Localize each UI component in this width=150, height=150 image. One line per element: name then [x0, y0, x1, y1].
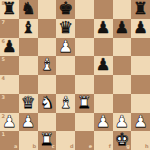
square-h1[interactable]: h [131, 131, 150, 150]
square-e3[interactable]: ♜ [75, 94, 94, 113]
black-queen-d7[interactable]: ♛ [56, 19, 75, 38]
square-b8[interactable]: ♞ [19, 0, 38, 19]
square-f6[interactable] [94, 38, 113, 57]
white-pawn-h2[interactable]: ♟ [131, 113, 150, 132]
square-g7[interactable]: ♟ [113, 19, 132, 38]
black-pawn-g7[interactable]: ♟ [113, 19, 132, 38]
black-rook-h8[interactable]: ♜ [131, 0, 150, 19]
square-c8[interactable] [38, 0, 57, 19]
square-a3[interactable]: 3 [0, 94, 19, 113]
square-d5[interactable] [56, 56, 75, 75]
square-e5[interactable] [75, 56, 94, 75]
file-label-d: d [70, 144, 74, 149]
square-h3[interactable] [131, 94, 150, 113]
black-pawn-f5[interactable]: ♟ [94, 56, 113, 75]
square-g6[interactable] [113, 38, 132, 57]
square-e1[interactable]: e [75, 131, 94, 150]
square-e2[interactable] [75, 113, 94, 132]
file-label-b: b [32, 144, 36, 149]
square-d3[interactable]: ♝ [56, 94, 75, 113]
white-pawn-a2[interactable]: ♟ [0, 113, 19, 132]
square-b7[interactable]: ♝ [19, 19, 38, 38]
square-h8[interactable]: ♜ [131, 0, 150, 19]
square-b1[interactable]: b [19, 131, 38, 150]
square-g3[interactable] [113, 94, 132, 113]
chess-board: 8♜♞♚♜7♝♛♟♟♟6♟♟5♝♟43♛♞♝♜2♟♟♟♟♟1abc♜defg♚h [0, 0, 150, 150]
square-a1[interactable]: 1a [0, 131, 19, 150]
rank-label-5: 5 [2, 57, 5, 62]
square-c2[interactable] [38, 113, 57, 132]
square-a7[interactable]: 7 [0, 19, 19, 38]
black-pawn-h7[interactable]: ♟ [131, 19, 150, 38]
rank-label-1: 1 [2, 132, 5, 137]
white-king-g1[interactable]: ♚ [113, 131, 132, 150]
square-a5[interactable]: 5 [0, 56, 19, 75]
square-d6[interactable]: ♟ [56, 38, 75, 57]
square-d7[interactable]: ♛ [56, 19, 75, 38]
square-g8[interactable] [113, 0, 132, 19]
white-rook-e3[interactable]: ♜ [75, 94, 94, 113]
square-e6[interactable] [75, 38, 94, 57]
black-pawn-f7[interactable]: ♟ [94, 19, 113, 38]
white-pawn-g2[interactable]: ♟ [113, 113, 132, 132]
square-b3[interactable]: ♛ [19, 94, 38, 113]
square-a8[interactable]: 8♜ [0, 0, 19, 19]
rank-label-3: 3 [2, 95, 5, 100]
square-f1[interactable]: f [94, 131, 113, 150]
white-pawn-d6[interactable]: ♟ [56, 38, 75, 57]
square-g5[interactable] [113, 56, 132, 75]
square-d1[interactable]: d [56, 131, 75, 150]
black-rook-a8[interactable]: ♜ [0, 0, 19, 19]
square-d4[interactable] [56, 75, 75, 94]
square-b6[interactable] [19, 38, 38, 57]
file-label-e: e [89, 144, 92, 149]
square-d8[interactable]: ♚ [56, 0, 75, 19]
square-h5[interactable] [131, 56, 150, 75]
square-c4[interactable] [38, 75, 57, 94]
file-label-f: f [109, 144, 111, 149]
square-h6[interactable] [131, 38, 150, 57]
square-a6[interactable]: 6♟ [0, 38, 19, 57]
square-c5[interactable]: ♝ [38, 56, 57, 75]
white-bishop-c5[interactable]: ♝ [38, 56, 57, 75]
square-h7[interactable]: ♟ [131, 19, 150, 38]
white-knight-c3[interactable]: ♞ [38, 94, 57, 113]
square-b5[interactable] [19, 56, 38, 75]
square-a2[interactable]: 2♟ [0, 113, 19, 132]
white-pawn-f2[interactable]: ♟ [94, 113, 113, 132]
square-e8[interactable] [75, 0, 94, 19]
black-pawn-a6[interactable]: ♟ [0, 38, 19, 57]
white-bishop-d3[interactable]: ♝ [56, 94, 75, 113]
square-g1[interactable]: g♚ [113, 131, 132, 150]
square-d2[interactable] [56, 113, 75, 132]
square-f3[interactable] [94, 94, 113, 113]
black-bishop-b7[interactable]: ♝ [19, 19, 38, 38]
white-rook-c1[interactable]: ♜ [38, 131, 57, 150]
file-label-a: a [14, 144, 17, 149]
square-c6[interactable] [38, 38, 57, 57]
file-label-h: h [145, 144, 149, 149]
square-a4[interactable]: 4 [0, 75, 19, 94]
square-f7[interactable]: ♟ [94, 19, 113, 38]
square-c7[interactable] [38, 19, 57, 38]
black-king-d8[interactable]: ♚ [56, 0, 75, 19]
square-b2[interactable]: ♟ [19, 113, 38, 132]
rank-label-7: 7 [2, 20, 5, 25]
square-c3[interactable]: ♞ [38, 94, 57, 113]
white-pawn-b2[interactable]: ♟ [19, 113, 38, 132]
square-h4[interactable] [131, 75, 150, 94]
square-e4[interactable] [75, 75, 94, 94]
square-c1[interactable]: c♜ [38, 131, 57, 150]
square-g2[interactable]: ♟ [113, 113, 132, 132]
square-f5[interactable]: ♟ [94, 56, 113, 75]
square-e7[interactable] [75, 19, 94, 38]
square-f8[interactable] [94, 0, 113, 19]
square-g4[interactable] [113, 75, 132, 94]
square-f4[interactable] [94, 75, 113, 94]
square-f2[interactable]: ♟ [94, 113, 113, 132]
white-queen-b3[interactable]: ♛ [19, 94, 38, 113]
black-knight-b8[interactable]: ♞ [19, 0, 38, 19]
rank-label-4: 4 [2, 76, 5, 81]
square-b4[interactable] [19, 75, 38, 94]
square-h2[interactable]: ♟ [131, 113, 150, 132]
